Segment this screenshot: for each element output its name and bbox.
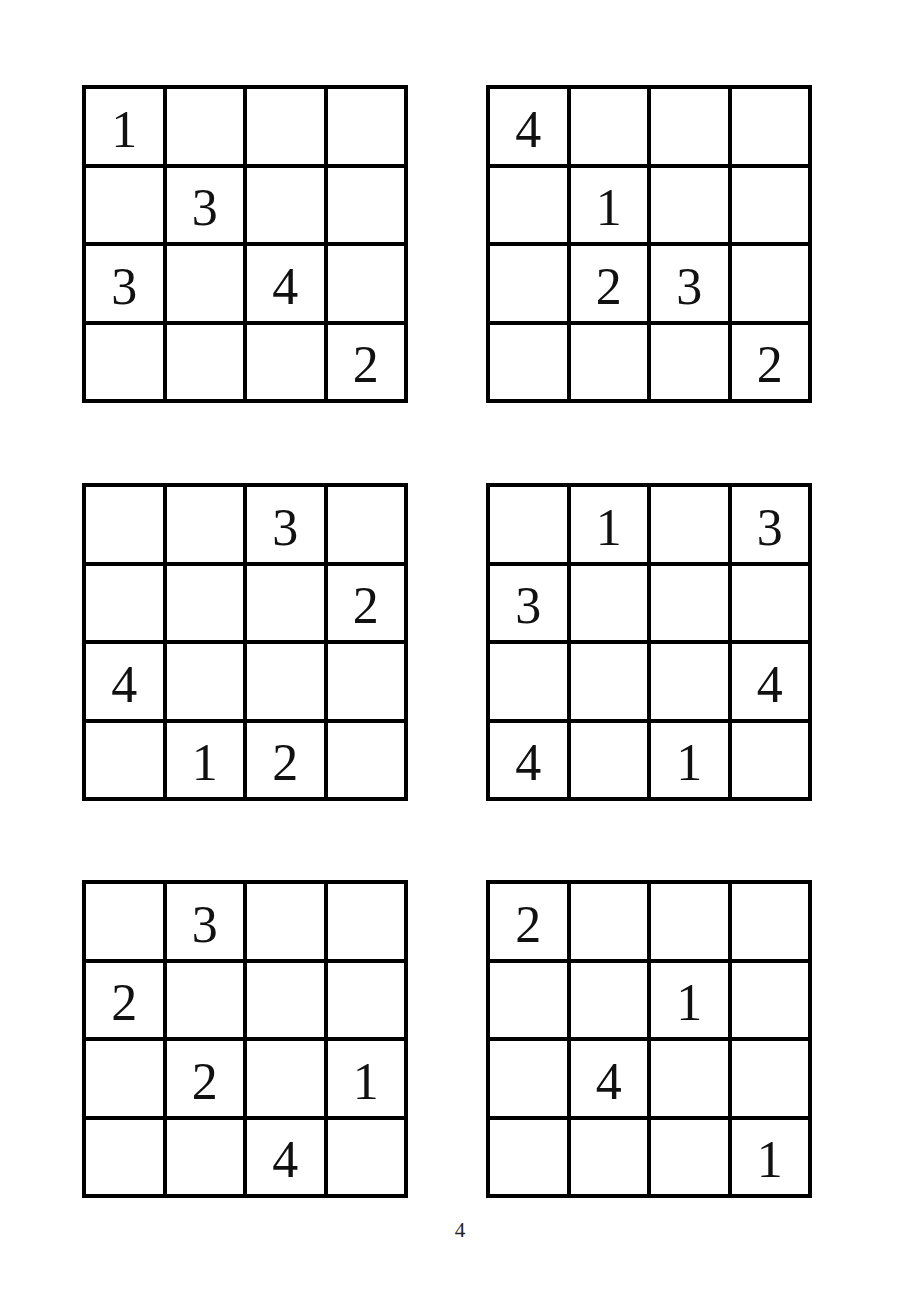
board2-cell-r1c2-empty[interactable] (571, 89, 648, 164)
board6-cell-r4c4-given: 1 (732, 1120, 809, 1195)
board3-cell-r3c2-empty[interactable] (167, 644, 244, 719)
board2-cell-r4c1-empty[interactable] (490, 325, 567, 400)
board3-cell-r2c2-empty[interactable] (167, 566, 244, 641)
board6-cell-r3c1-empty[interactable] (490, 1041, 567, 1116)
board2-cell-r3c3-given: 3 (651, 246, 728, 321)
board5-cell-r3c1-empty[interactable] (86, 1041, 163, 1116)
board3-cell-r3c4-empty[interactable] (328, 644, 405, 719)
board4-cell-r3c3-empty[interactable] (651, 644, 728, 719)
board2-cell-r3c2-given: 2 (571, 246, 648, 321)
sudoku-board-5: 32214 (82, 880, 408, 1198)
board4-cell-r1c4-given: 3 (732, 487, 809, 562)
board2-cell-r3c4-empty[interactable] (732, 246, 809, 321)
board5-cell-r2c3-empty[interactable] (247, 963, 324, 1038)
board1-cell-r4c1-empty[interactable] (86, 325, 163, 400)
board5-cell-r4c3-given: 4 (247, 1120, 324, 1195)
sudoku-board-4: 133441 (486, 483, 812, 801)
board3-cell-r2c3-empty[interactable] (247, 566, 324, 641)
board5-cell-r3c3-empty[interactable] (247, 1041, 324, 1116)
board5-cell-r4c4-empty[interactable] (328, 1120, 405, 1195)
board3-cell-r1c1-empty[interactable] (86, 487, 163, 562)
board4-cell-r4c1-given: 4 (490, 723, 567, 798)
board5-cell-r1c2-given: 3 (167, 884, 244, 959)
board1-cell-r2c4-empty[interactable] (328, 168, 405, 243)
board2-cell-r2c2-given: 1 (571, 168, 648, 243)
board5-cell-r4c2-empty[interactable] (167, 1120, 244, 1195)
board6-cell-r4c3-empty[interactable] (651, 1120, 728, 1195)
board6-cell-r1c3-empty[interactable] (651, 884, 728, 959)
board4-cell-r1c2-given: 1 (571, 487, 648, 562)
board4-cell-r3c2-empty[interactable] (571, 644, 648, 719)
board1-cell-r2c2-given: 3 (167, 168, 244, 243)
board2-cell-r1c4-empty[interactable] (732, 89, 809, 164)
board1-cell-r3c1-given: 3 (86, 246, 163, 321)
board1-cell-r4c2-empty[interactable] (167, 325, 244, 400)
board3-cell-r2c1-empty[interactable] (86, 566, 163, 641)
board3-cell-r4c1-empty[interactable] (86, 723, 163, 798)
board3-cell-r4c2-given: 1 (167, 723, 244, 798)
board5-cell-r3c2-given: 2 (167, 1041, 244, 1116)
board6-cell-r3c4-empty[interactable] (732, 1041, 809, 1116)
board5-cell-r1c3-empty[interactable] (247, 884, 324, 959)
board4-cell-r1c1-empty[interactable] (490, 487, 567, 562)
board4-cell-r2c1-given: 3 (490, 566, 567, 641)
board2-cell-r4c2-empty[interactable] (571, 325, 648, 400)
board1-cell-r4c3-empty[interactable] (247, 325, 324, 400)
board6-cell-r3c2-given: 4 (571, 1041, 648, 1116)
board4-cell-r3c1-empty[interactable] (490, 644, 567, 719)
board2-cell-r2c1-empty[interactable] (490, 168, 567, 243)
worksheet-page: 13342 41232 32412 133441 32214 2141 4 (0, 0, 920, 1301)
board6-cell-r2c3-given: 1 (651, 963, 728, 1038)
sudoku-board-3: 32412 (82, 483, 408, 801)
board1-cell-r1c1-given: 1 (86, 89, 163, 164)
board3-cell-r4c4-empty[interactable] (328, 723, 405, 798)
board4-cell-r4c3-given: 1 (651, 723, 728, 798)
board2-cell-r3c1-empty[interactable] (490, 246, 567, 321)
board4-cell-r2c4-empty[interactable] (732, 566, 809, 641)
board6-cell-r1c4-empty[interactable] (732, 884, 809, 959)
board6-cell-r4c1-empty[interactable] (490, 1120, 567, 1195)
board3-cell-r4c3-given: 2 (247, 723, 324, 798)
board4-cell-r2c2-empty[interactable] (571, 566, 648, 641)
board1-cell-r1c3-empty[interactable] (247, 89, 324, 164)
board1-cell-r4c4-given: 2 (328, 325, 405, 400)
board6-cell-r1c2-empty[interactable] (571, 884, 648, 959)
sudoku-board-2: 41232 (486, 85, 812, 403)
board2-cell-r2c4-empty[interactable] (732, 168, 809, 243)
board2-cell-r4c4-given: 2 (732, 325, 809, 400)
page-number: 4 (0, 1218, 920, 1243)
board5-cell-r4c1-empty[interactable] (86, 1120, 163, 1195)
board5-cell-r2c2-empty[interactable] (167, 963, 244, 1038)
board6-cell-r2c2-empty[interactable] (571, 963, 648, 1038)
board6-cell-r2c1-empty[interactable] (490, 963, 567, 1038)
board4-cell-r4c2-empty[interactable] (571, 723, 648, 798)
board6-cell-r1c1-given: 2 (490, 884, 567, 959)
board4-cell-r3c4-given: 4 (732, 644, 809, 719)
board3-cell-r1c3-given: 3 (247, 487, 324, 562)
board4-cell-r4c4-empty[interactable] (732, 723, 809, 798)
board1-cell-r1c2-empty[interactable] (167, 89, 244, 164)
board5-cell-r2c4-empty[interactable] (328, 963, 405, 1038)
board3-cell-r3c3-empty[interactable] (247, 644, 324, 719)
board3-cell-r3c1-given: 4 (86, 644, 163, 719)
board5-cell-r1c1-empty[interactable] (86, 884, 163, 959)
board5-cell-r1c4-empty[interactable] (328, 884, 405, 959)
board4-cell-r2c3-empty[interactable] (651, 566, 728, 641)
board2-cell-r4c3-empty[interactable] (651, 325, 728, 400)
board1-cell-r2c3-empty[interactable] (247, 168, 324, 243)
board3-cell-r1c2-empty[interactable] (167, 487, 244, 562)
board6-cell-r4c2-empty[interactable] (571, 1120, 648, 1195)
board2-cell-r1c1-given: 4 (490, 89, 567, 164)
board5-cell-r3c4-given: 1 (328, 1041, 405, 1116)
board1-cell-r1c4-empty[interactable] (328, 89, 405, 164)
board2-cell-r1c3-empty[interactable] (651, 89, 728, 164)
board1-cell-r3c4-empty[interactable] (328, 246, 405, 321)
board1-cell-r3c2-empty[interactable] (167, 246, 244, 321)
board6-cell-r3c3-empty[interactable] (651, 1041, 728, 1116)
sudoku-board-6: 2141 (486, 880, 812, 1198)
board6-cell-r2c4-empty[interactable] (732, 963, 809, 1038)
board2-cell-r2c3-empty[interactable] (651, 168, 728, 243)
board3-cell-r2c4-given: 2 (328, 566, 405, 641)
board5-cell-r2c1-given: 2 (86, 963, 163, 1038)
board1-cell-r3c3-given: 4 (247, 246, 324, 321)
board3-cell-r1c4-empty[interactable] (328, 487, 405, 562)
board1-cell-r2c1-empty[interactable] (86, 168, 163, 243)
board4-cell-r1c3-empty[interactable] (651, 487, 728, 562)
sudoku-board-1: 13342 (82, 85, 408, 403)
